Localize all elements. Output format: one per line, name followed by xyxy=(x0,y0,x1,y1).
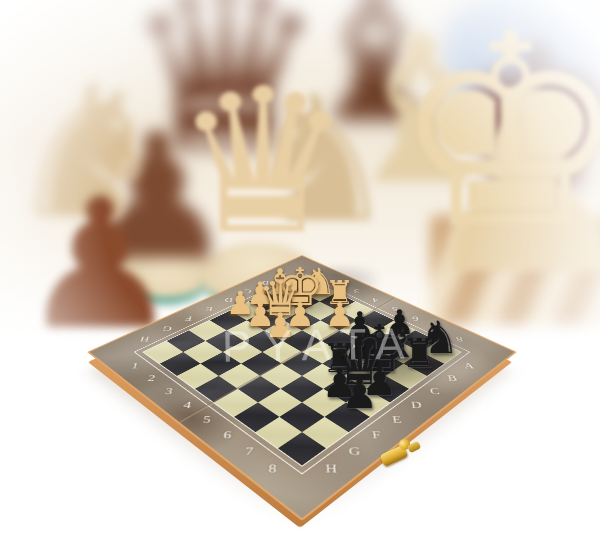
file-label-far: B xyxy=(258,279,274,286)
rank-label-near: 8 xyxy=(261,461,284,477)
file-label-far: D xyxy=(220,296,237,304)
file-label-far: G xyxy=(157,324,177,333)
rank-label-far: 1 xyxy=(313,271,328,278)
file-label-far: H xyxy=(134,334,155,344)
file-label-near: C xyxy=(424,385,447,397)
rank-label-far: 7 xyxy=(427,324,447,333)
file-label-far: E xyxy=(200,305,218,313)
file-label-far: F xyxy=(179,314,198,323)
file-label-near: B xyxy=(441,372,464,384)
rank-label-near: 1 xyxy=(124,360,146,371)
rank-label-far: 3 xyxy=(348,287,365,295)
rank-label-near: 4 xyxy=(176,399,199,412)
rank-label-near: 3 xyxy=(157,385,180,397)
file-label-near: G xyxy=(343,444,366,459)
file-label-near: H xyxy=(319,461,342,477)
watermark-text: PYATA xyxy=(222,318,417,371)
rank-label-near: 7 xyxy=(238,444,261,459)
file-label-near: A xyxy=(458,360,480,371)
file-label-far: A xyxy=(275,271,290,278)
rank-label-near: 6 xyxy=(216,428,239,442)
rank-label-far: 4 xyxy=(367,296,384,304)
rank-label-near: 2 xyxy=(140,372,163,384)
rank-label-far: 5 xyxy=(386,305,404,313)
rank-label-near: 5 xyxy=(195,413,218,427)
rank-label-far: 2 xyxy=(330,279,346,286)
product-photo-stage: ♞♛♟♝♛♞♝♚♚♟♟ 11AA22BB33CC44DD55EE66FF77GG… xyxy=(0,0,600,545)
file-label-near: D xyxy=(405,399,428,412)
bg-piece-light-queen: ♛ xyxy=(163,62,363,262)
file-label-near: F xyxy=(365,428,388,442)
file-label-far: C xyxy=(239,287,256,295)
rank-label-far: 8 xyxy=(449,334,470,344)
file-label-near: E xyxy=(386,413,409,427)
bg-piece-light-king: ♚ xyxy=(378,0,600,265)
